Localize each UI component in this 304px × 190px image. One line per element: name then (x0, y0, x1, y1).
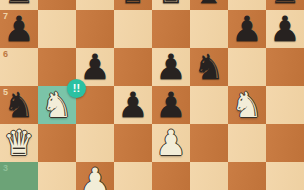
square-g5[interactable]: ♞ (228, 86, 266, 124)
square-f3[interactable] (190, 162, 228, 190)
square-a3-highlighted[interactable]: 3 (0, 162, 38, 190)
square-d6[interactable] (114, 48, 152, 86)
square-a7[interactable]: 7♟ (0, 10, 38, 48)
square-g6[interactable] (228, 48, 266, 86)
square-b3[interactable] (38, 162, 76, 190)
brilliant-move-badge: !! (67, 79, 86, 98)
square-c3[interactable]: ♟ (76, 162, 114, 190)
square-d5[interactable]: ♟ (114, 86, 152, 124)
piece-white-queen-a4[interactable]: ♛ (0, 124, 38, 162)
piece-white-knight-g5[interactable]: ♞ (228, 86, 266, 124)
piece-black-knight-a5[interactable]: ♞ (0, 86, 38, 124)
square-a6[interactable]: 6 (0, 48, 38, 86)
piece-white-pawn-c3[interactable]: ♟ (76, 162, 114, 190)
piece-black-pawn-h7[interactable]: ♟ (266, 10, 304, 48)
piece-black-pawn-e5[interactable]: ♟ (152, 86, 190, 124)
square-e3[interactable] (152, 162, 190, 190)
square-h5[interactable] (266, 86, 304, 124)
square-e8[interactable]: ♚ (152, 0, 190, 10)
piece-black-knight-f6[interactable]: ♞ (190, 48, 228, 86)
square-h3[interactable] (266, 162, 304, 190)
square-f7[interactable] (190, 10, 228, 48)
chess-board: ♜♛♚♝♜7♟♟♟6♟♟♞5♞♞♟♟♞♛♟3♟!! (0, 0, 304, 190)
square-c4[interactable] (76, 124, 114, 162)
piece-black-pawn-d5[interactable]: ♟ (114, 86, 152, 124)
square-h7[interactable]: ♟ (266, 10, 304, 48)
square-f5[interactable] (190, 86, 228, 124)
square-h6[interactable] (266, 48, 304, 86)
square-e7[interactable] (152, 10, 190, 48)
square-c7[interactable] (76, 10, 114, 48)
square-b7[interactable] (38, 10, 76, 48)
square-e5[interactable]: ♟ (152, 86, 190, 124)
square-c8[interactable] (76, 0, 114, 10)
square-e4[interactable]: ♟ (152, 124, 190, 162)
piece-black-pawn-e6[interactable]: ♟ (152, 48, 190, 86)
square-a4[interactable]: ♛ (0, 124, 38, 162)
piece-black-pawn-a7[interactable]: ♟ (0, 10, 38, 48)
square-f6[interactable]: ♞ (190, 48, 228, 86)
square-b4[interactable] (38, 124, 76, 162)
piece-white-pawn-e4[interactable]: ♟ (152, 124, 190, 162)
square-a5[interactable]: 5♞ (0, 86, 38, 124)
piece-black-pawn-g7[interactable]: ♟ (228, 10, 266, 48)
piece-black-queen-d8[interactable]: ♛ (114, 0, 152, 10)
square-d8[interactable]: ♛ (114, 0, 152, 10)
square-f4[interactable] (190, 124, 228, 162)
square-d4[interactable] (114, 124, 152, 162)
square-e6[interactable]: ♟ (152, 48, 190, 86)
rank-label-3: 3 (3, 163, 8, 173)
square-d7[interactable] (114, 10, 152, 48)
square-f8[interactable]: ♝ (190, 0, 228, 10)
piece-black-bishop-f8[interactable]: ♝ (190, 0, 228, 10)
rank-label-6: 6 (3, 49, 8, 59)
square-b8[interactable] (38, 0, 76, 10)
square-h4[interactable] (266, 124, 304, 162)
square-g7[interactable]: ♟ (228, 10, 266, 48)
piece-black-king-e8[interactable]: ♚ (152, 0, 190, 10)
square-g4[interactable] (228, 124, 266, 162)
square-g3[interactable] (228, 162, 266, 190)
square-d3[interactable] (114, 162, 152, 190)
